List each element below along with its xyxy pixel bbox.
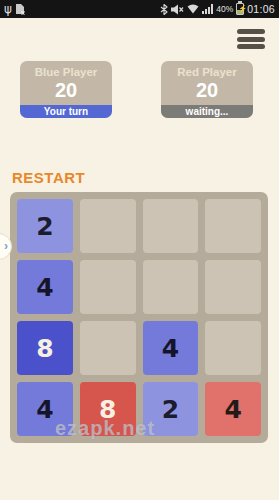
blue-player-card: Blue Player 20 Your turn <box>20 61 112 118</box>
signal-icon <box>202 4 213 14</box>
tile-4-blue: 4 <box>17 382 73 436</box>
empty-cell <box>143 199 199 253</box>
sim-missing-icon <box>15 3 26 15</box>
menu-icon[interactable] <box>237 29 265 49</box>
status-right-icons: 40% ⚡ 01:06 <box>160 3 275 15</box>
tile-4-red: 4 <box>205 382 261 436</box>
usb-icon: ψ <box>4 3 12 15</box>
blue-player-name: Blue Player <box>20 66 112 78</box>
red-player-name: Red Player <box>161 66 253 78</box>
empty-cell <box>205 199 261 253</box>
blue-player-score: 20 <box>20 78 112 105</box>
empty-cell <box>205 321 261 375</box>
battery-icon: ⚡ <box>236 3 244 15</box>
empty-cell <box>80 199 136 253</box>
status-left-icons: ψ <box>4 3 26 15</box>
battery-percent: 40% <box>216 4 233 14</box>
empty-cell <box>205 260 261 314</box>
tile-8-blue: 8 <box>17 321 73 375</box>
app-screen: ψ 40% ⚡ 01:06 Blue Player <box>0 0 279 500</box>
empty-cell <box>80 321 136 375</box>
empty-cell <box>80 260 136 314</box>
bluetooth-icon <box>160 4 168 15</box>
red-player-score: 20 <box>161 78 253 105</box>
red-player-card: Red Player 20 waiting... <box>161 61 253 118</box>
tile-4-blue: 4 <box>17 260 73 314</box>
tile-2-blue: 2 <box>17 199 73 253</box>
board-grid[interactable]: 24844824 <box>10 192 268 443</box>
chevron-right-icon: › <box>4 239 8 253</box>
tile-2-blue: 2 <box>143 382 199 436</box>
status-time: 01:06 <box>247 3 275 15</box>
wifi-icon <box>187 4 199 14</box>
status-bar: ψ 40% ⚡ 01:06 <box>0 0 279 18</box>
blue-player-status: Your turn <box>20 105 112 118</box>
tile-8-red: 8 <box>80 382 136 436</box>
red-player-status: waiting... <box>161 105 253 118</box>
tile-4-blue: 4 <box>143 321 199 375</box>
mute-icon <box>171 4 184 15</box>
restart-button[interactable]: RESTART <box>12 169 85 186</box>
empty-cell <box>143 260 199 314</box>
